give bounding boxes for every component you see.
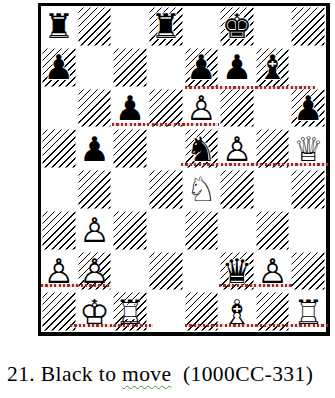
black-queen-f2: ♛ [222,254,252,288]
square-b4[interactable] [77,169,113,210]
square-h8[interactable] [290,6,326,47]
square-f7[interactable]: ♟ [219,47,255,88]
black-rook-d8: ♜ [150,9,180,43]
square-b5[interactable]: ♟ [77,128,113,169]
white-pawn-b2: ♟♙ [79,254,109,288]
page: ♜♜♚♟♟♟♝♟♟♙♟♟♞♟♙♛♕♞♘♟♙♟♙♟♙♛♟♙♚♔♜♖♝♗♜♖ 21.… [0,0,335,398]
square-d4[interactable] [148,169,184,210]
square-a3[interactable] [41,210,77,251]
square-a8[interactable]: ♜ [41,6,77,47]
spellcheck-squiggle-red [181,163,328,166]
square-c4[interactable] [112,169,148,210]
spellcheck-squiggle-red [70,324,153,327]
spellcheck-squiggle-red [219,284,292,287]
square-a7[interactable]: ♟ [41,47,77,88]
white-pawn-f5: ♟♙ [222,132,252,166]
square-h3[interactable] [290,210,326,251]
square-a4[interactable] [41,169,77,210]
square-d8[interactable]: ♜ [148,6,184,47]
square-c2[interactable] [112,251,148,292]
white-knight-e4: ♞♘ [186,172,216,206]
white-pawn-e6: ♟♙ [186,91,216,125]
square-e2[interactable] [184,251,220,292]
black-knight-e5: ♞ [186,132,216,166]
square-d3[interactable] [148,210,184,251]
black-pawn-c6: ♟ [115,91,145,125]
square-d1[interactable] [148,291,184,332]
black-king-f8: ♚ [222,9,252,43]
black-pawn-e7: ♟ [186,50,216,84]
square-d2[interactable] [148,251,184,292]
spellcheck-squiggle-red [185,86,315,89]
square-g7[interactable]: ♝ [255,47,291,88]
square-f6[interactable] [219,88,255,129]
square-h7[interactable] [290,47,326,88]
square-g6[interactable] [255,88,291,129]
black-pawn-b5: ♟ [79,132,109,166]
square-e7[interactable]: ♟ [184,47,220,88]
square-f3[interactable] [219,210,255,251]
square-a6[interactable] [41,88,77,129]
white-pawn-b3: ♟♙ [79,213,109,247]
square-c5[interactable] [112,128,148,169]
caption-prefix: 21. Black to [7,362,122,386]
square-a5[interactable] [41,128,77,169]
square-g4[interactable] [255,169,291,210]
square-h4[interactable] [290,169,326,210]
square-d5[interactable] [148,128,184,169]
spellcheck-squiggle-red [185,324,328,327]
square-g8[interactable] [255,6,291,47]
caption-reference: (1000CC-331) [171,362,313,386]
spellcheck-squiggle-red [41,284,111,287]
square-e4[interactable]: ♞♘ [184,169,220,210]
white-queen-h5: ♛♕ [293,132,323,166]
white-pawn-a2: ♟♙ [44,254,74,288]
square-b6[interactable] [77,88,113,129]
square-b7[interactable] [77,47,113,88]
black-pawn-h6: ♟ [293,91,323,125]
square-c3[interactable] [112,210,148,251]
square-e3[interactable] [184,210,220,251]
square-f8[interactable]: ♚ [219,6,255,47]
square-c7[interactable] [112,47,148,88]
caption: 21. Black to move (1000CC-331) [7,362,313,387]
black-pawn-f7: ♟ [222,50,252,84]
square-b3[interactable]: ♟♙ [77,210,113,251]
square-e8[interactable] [184,6,220,47]
square-c8[interactable] [112,6,148,47]
caption-word-move: move [122,362,171,386]
white-pawn-g2: ♟♙ [257,254,287,288]
black-bishop-g7: ♝ [257,50,287,84]
square-h2[interactable] [290,251,326,292]
black-rook-a8: ♜ [44,9,74,43]
square-d7[interactable] [148,47,184,88]
square-f4[interactable] [219,169,255,210]
square-b8[interactable] [77,6,113,47]
spellcheck-squiggle-red [112,123,219,126]
square-g3[interactable] [255,210,291,251]
square-h6[interactable]: ♟ [290,88,326,129]
black-pawn-a7: ♟ [44,50,74,84]
